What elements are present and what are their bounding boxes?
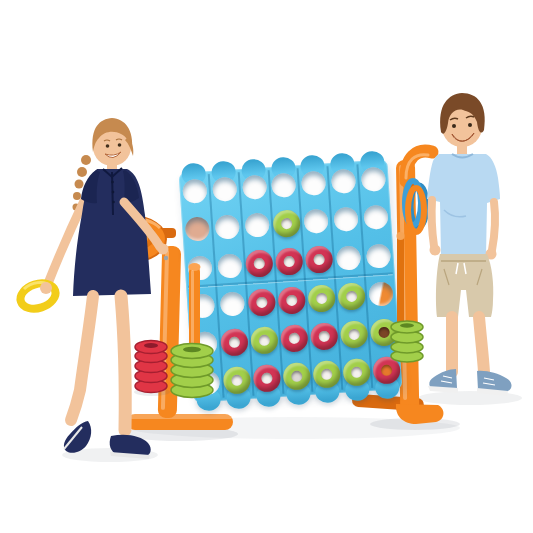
disc-red (277, 286, 306, 315)
disc-red (280, 324, 309, 353)
disc-red (248, 288, 277, 317)
disc-center-hole (348, 329, 360, 341)
empty-slot (182, 179, 208, 205)
disc-green (342, 358, 371, 387)
cell-r6c7 (370, 351, 402, 391)
disc-red (305, 246, 334, 275)
disc-green (272, 209, 301, 238)
disc-red (275, 247, 304, 276)
disc-green (307, 284, 336, 313)
cell-r3c7 (362, 236, 394, 276)
disc-red (372, 356, 401, 385)
hanging-rings (405, 181, 427, 232)
cell-r1c1 (179, 171, 211, 211)
cell-r4c7 (365, 274, 397, 314)
empty-slot (190, 293, 216, 319)
empty-slot (217, 253, 243, 279)
empty-slot (333, 207, 359, 233)
disc-center-hole (281, 218, 293, 230)
disc-center-hole (256, 296, 268, 308)
disc-center-hole (229, 336, 241, 348)
disc-green (250, 326, 279, 355)
disc-center-hole (316, 292, 328, 304)
cell-r3c6 (333, 238, 365, 278)
cell-r4c3 (246, 282, 278, 322)
cell-r6c6 (340, 353, 372, 393)
empty-slot (214, 215, 240, 241)
cell-r5c2 (219, 322, 251, 362)
cell-r3c3 (243, 244, 275, 284)
cell-r5c6 (338, 314, 370, 354)
cell-r1c7 (357, 159, 389, 199)
cell-r5c3 (248, 320, 280, 360)
empty-slot (304, 209, 330, 235)
cell-r2c7 (360, 198, 392, 238)
empty-slot (336, 245, 362, 271)
empty-slot (368, 281, 394, 307)
cell-r2c3 (241, 205, 273, 245)
cell-r1c3 (238, 167, 270, 207)
product-photo (0, 0, 533, 533)
cell-r2c4 (271, 204, 303, 244)
cell-r2c6 (330, 200, 362, 240)
cell-r4c5 (305, 278, 337, 318)
disc-center-hole (283, 256, 295, 268)
cell-r5c4 (278, 318, 310, 358)
cell-r6c4 (281, 356, 313, 396)
disc-center-hole (231, 375, 243, 387)
empty-slot (212, 177, 238, 203)
cell-r1c5 (298, 163, 330, 203)
empty-slot (195, 370, 221, 396)
disc-center-hole (288, 333, 300, 345)
empty-slot (242, 175, 268, 201)
cell-r3c4 (273, 242, 305, 282)
cell-r6c2 (221, 360, 253, 400)
cell-r2c2 (211, 207, 243, 247)
empty-slot (331, 169, 357, 195)
girl-figure (17, 118, 168, 459)
disc-center-hole (291, 371, 303, 383)
cell-r4c4 (276, 280, 308, 320)
cell-r4c1 (186, 286, 218, 326)
cell-r6c1 (191, 362, 223, 402)
disc-center-hole (318, 331, 330, 343)
disc-green (223, 366, 252, 395)
empty-slot (301, 171, 327, 197)
disc-center-hole (259, 334, 271, 346)
disc-center-hole (378, 327, 390, 339)
disc-center-hole (313, 254, 325, 266)
disc-red (220, 328, 249, 357)
disc-center-hole (345, 290, 357, 302)
empty-slot (219, 291, 245, 317)
disc-center-hole (321, 369, 333, 381)
cell-r1c4 (268, 165, 300, 205)
disc-red (245, 249, 274, 278)
disc-green (369, 318, 398, 347)
game-board (179, 159, 403, 402)
boy-figure (427, 93, 512, 396)
cell-r5c1 (189, 324, 221, 364)
cell-r1c2 (208, 169, 240, 209)
disc-green (312, 360, 341, 389)
cell-r4c6 (335, 276, 367, 316)
empty-slot (244, 213, 270, 239)
cell-r2c5 (300, 202, 332, 242)
empty-slot (192, 332, 218, 358)
cell-r5c5 (308, 316, 340, 356)
disc-red (310, 322, 339, 351)
empty-slot (361, 167, 387, 193)
cell-r4c2 (216, 284, 248, 324)
cell-r2c1 (181, 209, 213, 249)
disc-center-hole (380, 365, 392, 377)
cell-r3c5 (303, 240, 335, 280)
empty-slot (363, 205, 389, 231)
disc-green (282, 362, 311, 391)
empty-slot (187, 255, 213, 281)
cell-r6c3 (251, 358, 283, 398)
disc-center-hole (254, 258, 266, 270)
disc-center-hole (286, 294, 298, 306)
cell-r3c1 (184, 248, 216, 288)
empty-slot (271, 173, 297, 199)
red-ring-stack (134, 341, 170, 397)
disc-green (337, 282, 366, 311)
empty-slot (185, 217, 211, 243)
disc-green (340, 320, 369, 349)
disc-center-hole (261, 373, 273, 385)
disc-red (253, 364, 282, 393)
cell-r5c7 (368, 312, 400, 352)
cell-r6c5 (310, 355, 342, 395)
disc-center-hole (351, 367, 363, 379)
cell-r3c2 (213, 246, 245, 286)
empty-slot (366, 243, 392, 269)
cell-r1c6 (328, 161, 360, 201)
